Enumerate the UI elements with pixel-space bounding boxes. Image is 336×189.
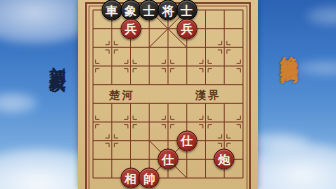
piece-glyph: 兵	[125, 23, 137, 35]
river-label-chu: 楚河	[107, 88, 137, 103]
piece-glyph: 炮	[218, 153, 230, 165]
piece-red-soldier[interactable]: 兵	[120, 18, 141, 39]
piece-glyph: 車	[106, 4, 118, 16]
piece-glyph: 士	[143, 4, 155, 16]
piece-glyph: 仕	[181, 135, 193, 147]
cloud	[0, 92, 38, 114]
cloud	[296, 60, 336, 76]
left-caption: 刘博主象棋	[47, 53, 69, 66]
piece-glyph: 相	[125, 172, 137, 184]
piece-glyph: 士	[181, 4, 193, 16]
piece-glyph: 帥	[143, 172, 155, 184]
cloud	[306, 6, 336, 26]
xiangqi-board: 楚河 漢界 車象士将士兵兵仕仕炮相帥	[78, 0, 258, 189]
piece-glyph: 将	[162, 4, 174, 16]
piece-red-cannon[interactable]: 炮	[214, 149, 235, 170]
video-frame: 刘博主象棋 绝妙实用残局 楚河 漢界 車象士将士兵兵仕仕炮相帥	[0, 0, 336, 189]
piece-glyph: 象	[125, 4, 137, 16]
right-caption: 绝妙实用残局	[277, 42, 301, 54]
piece-red-soldier[interactable]: 兵	[176, 18, 197, 39]
piece-red-advisor[interactable]: 仕	[158, 149, 179, 170]
piece-glyph: 兵	[181, 23, 193, 35]
piece-red-general[interactable]: 帥	[139, 168, 160, 189]
piece-glyph: 仕	[162, 153, 174, 165]
river-label-han: 漢界	[193, 88, 223, 103]
piece-red-advisor[interactable]: 仕	[176, 130, 197, 151]
